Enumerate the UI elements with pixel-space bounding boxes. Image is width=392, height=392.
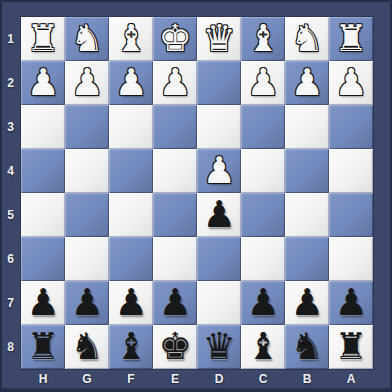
piece-black-rook[interactable]: ♜ (26, 328, 59, 365)
piece-white-pawn[interactable]: ♟ (202, 152, 235, 189)
square-a3[interactable] (329, 105, 373, 149)
square-g2[interactable]: ♟ (65, 61, 109, 105)
square-g5[interactable] (65, 193, 109, 237)
rank-label-2: 2 (0, 61, 21, 105)
rank-label-6: 6 (0, 237, 21, 281)
square-d8[interactable]: ♛ (197, 325, 241, 369)
square-a2[interactable]: ♟ (329, 61, 373, 105)
square-f4[interactable] (109, 149, 153, 193)
square-b4[interactable] (285, 149, 329, 193)
piece-black-pawn[interactable]: ♟ (70, 284, 103, 321)
square-h4[interactable] (21, 149, 65, 193)
chess-board: ♜♞♝♚♛♝♞♜♟♟♟♟♟♟♟♟♟♟♟♟♟♟♟♟♜♞♝♚♛♝♞♜ (21, 17, 373, 369)
square-e8[interactable]: ♚ (153, 325, 197, 369)
piece-white-pawn[interactable]: ♟ (114, 64, 147, 101)
rank-label-1: 1 (0, 17, 21, 61)
square-h6[interactable] (21, 237, 65, 281)
file-labels: HGFEDCBA (21, 369, 373, 389)
square-c7[interactable]: ♟ (241, 281, 285, 325)
square-f5[interactable] (109, 193, 153, 237)
piece-black-knight[interactable]: ♞ (290, 328, 323, 365)
square-h1[interactable]: ♜ (21, 17, 65, 61)
piece-white-king[interactable]: ♚ (158, 20, 191, 57)
rank-label-8: 8 (0, 325, 21, 369)
piece-black-pawn[interactable]: ♟ (290, 284, 323, 321)
rank-label-4: 4 (0, 149, 21, 193)
square-d4[interactable]: ♟ (197, 149, 241, 193)
piece-white-queen[interactable]: ♛ (202, 20, 235, 57)
rank-labels: 12345678 (0, 17, 21, 369)
piece-black-knight[interactable]: ♞ (70, 328, 103, 365)
piece-black-pawn[interactable]: ♟ (158, 284, 191, 321)
square-f6[interactable] (109, 237, 153, 281)
square-c5[interactable] (241, 193, 285, 237)
square-d1[interactable]: ♛ (197, 17, 241, 61)
square-b5[interactable] (285, 193, 329, 237)
square-a8[interactable]: ♜ (329, 325, 373, 369)
piece-white-rook[interactable]: ♜ (26, 20, 59, 57)
square-h3[interactable] (21, 105, 65, 149)
square-g1[interactable]: ♞ (65, 17, 109, 61)
rank-label-5: 5 (0, 193, 21, 237)
piece-white-pawn[interactable]: ♟ (290, 64, 323, 101)
square-d5[interactable]: ♟ (197, 193, 241, 237)
square-b3[interactable] (285, 105, 329, 149)
square-e4[interactable] (153, 149, 197, 193)
square-e2[interactable]: ♟ (153, 61, 197, 105)
square-d2[interactable] (197, 61, 241, 105)
piece-black-bishop[interactable]: ♝ (246, 328, 279, 365)
square-d7[interactable] (197, 281, 241, 325)
square-b6[interactable] (285, 237, 329, 281)
file-label-d: D (197, 369, 241, 389)
square-g4[interactable] (65, 149, 109, 193)
square-b7[interactable]: ♟ (285, 281, 329, 325)
square-e1[interactable]: ♚ (153, 17, 197, 61)
square-g6[interactable] (65, 237, 109, 281)
square-c8[interactable]: ♝ (241, 325, 285, 369)
square-a6[interactable] (329, 237, 373, 281)
square-f8[interactable]: ♝ (109, 325, 153, 369)
square-a5[interactable] (329, 193, 373, 237)
rank-label-3: 3 (0, 105, 21, 149)
square-h8[interactable]: ♜ (21, 325, 65, 369)
file-label-b: B (285, 369, 329, 389)
rank-label-7: 7 (0, 281, 21, 325)
piece-black-king[interactable]: ♚ (158, 328, 191, 365)
square-e7[interactable]: ♟ (153, 281, 197, 325)
square-e3[interactable] (153, 105, 197, 149)
piece-black-pawn[interactable]: ♟ (202, 196, 235, 233)
square-c1[interactable]: ♝ (241, 17, 285, 61)
file-label-h: H (21, 369, 65, 389)
square-c4[interactable] (241, 149, 285, 193)
file-label-f: F (109, 369, 153, 389)
file-label-c: C (241, 369, 285, 389)
square-c2[interactable]: ♟ (241, 61, 285, 105)
square-e6[interactable] (153, 237, 197, 281)
square-b1[interactable]: ♞ (285, 17, 329, 61)
square-g8[interactable]: ♞ (65, 325, 109, 369)
square-b2[interactable]: ♟ (285, 61, 329, 105)
square-h7[interactable]: ♟ (21, 281, 65, 325)
file-label-e: E (153, 369, 197, 389)
piece-white-rook[interactable]: ♜ (334, 20, 367, 57)
piece-black-bishop[interactable]: ♝ (114, 328, 147, 365)
square-h2[interactable]: ♟ (21, 61, 65, 105)
piece-white-pawn[interactable]: ♟ (246, 64, 279, 101)
square-g3[interactable] (65, 105, 109, 149)
piece-white-bishop[interactable]: ♝ (114, 20, 147, 57)
file-label-a: A (329, 369, 373, 389)
piece-white-bishop[interactable]: ♝ (246, 20, 279, 57)
file-label-g: G (65, 369, 109, 389)
piece-white-pawn[interactable]: ♟ (158, 64, 191, 101)
square-d3[interactable] (197, 105, 241, 149)
piece-white-pawn[interactable]: ♟ (70, 64, 103, 101)
piece-black-pawn[interactable]: ♟ (114, 284, 147, 321)
square-f1[interactable]: ♝ (109, 17, 153, 61)
piece-white-pawn[interactable]: ♟ (334, 64, 367, 101)
square-a4[interactable] (329, 149, 373, 193)
piece-black-pawn[interactable]: ♟ (26, 284, 59, 321)
square-a7[interactable]: ♟ (329, 281, 373, 325)
square-c3[interactable] (241, 105, 285, 149)
square-d6[interactable] (197, 237, 241, 281)
piece-white-pawn[interactable]: ♟ (26, 64, 59, 101)
piece-black-queen[interactable]: ♛ (202, 328, 235, 365)
square-e5[interactable] (153, 193, 197, 237)
piece-black-rook[interactable]: ♜ (334, 328, 367, 365)
piece-black-pawn[interactable]: ♟ (334, 284, 367, 321)
square-f2[interactable]: ♟ (109, 61, 153, 105)
square-f7[interactable]: ♟ (109, 281, 153, 325)
square-c6[interactable] (241, 237, 285, 281)
square-f3[interactable] (109, 105, 153, 149)
square-a1[interactable]: ♜ (329, 17, 373, 61)
piece-white-knight[interactable]: ♞ (290, 20, 323, 57)
square-g7[interactable]: ♟ (65, 281, 109, 325)
square-b8[interactable]: ♞ (285, 325, 329, 369)
square-h5[interactable] (21, 193, 65, 237)
piece-white-knight[interactable]: ♞ (70, 20, 103, 57)
chess-board-frame: 12345678 ♜♞♝♚♛♝♞♜♟♟♟♟♟♟♟♟♟♟♟♟♟♟♟♟♜♞♝♚♛♝♞… (0, 0, 392, 392)
piece-black-pawn[interactable]: ♟ (246, 284, 279, 321)
